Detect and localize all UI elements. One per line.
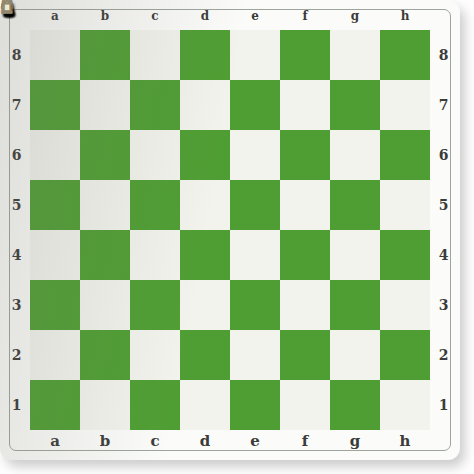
chess-board: aabbccddeeffgghh1122334455667788 xyxy=(0,0,460,460)
square-g4 xyxy=(330,230,380,280)
square-c1 xyxy=(130,380,180,430)
square-d1 xyxy=(180,380,230,430)
file-label-e-top: e xyxy=(230,5,280,27)
file-label-d-top: d xyxy=(180,5,230,27)
file-label-b-top: b xyxy=(80,5,130,27)
rank-label-8-left: 8 xyxy=(5,30,28,80)
rank-label-7-right: 7 xyxy=(432,80,455,130)
square-b5 xyxy=(80,180,130,230)
square-a6 xyxy=(30,130,80,180)
rank-label-5-right: 5 xyxy=(432,180,455,230)
square-e8 xyxy=(230,30,280,80)
square-a4 xyxy=(30,230,80,280)
square-b6 xyxy=(80,130,130,180)
rank-label-4-right: 4 xyxy=(432,230,455,280)
square-d3 xyxy=(180,280,230,330)
square-f2 xyxy=(280,330,330,380)
square-g5 xyxy=(330,180,380,230)
square-f7 xyxy=(280,80,330,130)
square-c8 xyxy=(130,30,180,80)
rank-label-6-right: 6 xyxy=(432,130,455,180)
square-f4 xyxy=(280,230,330,280)
product-photo-scene: aabbccddeeffgghh1122334455667788 ♜♞♝♛♚♝♞… xyxy=(0,0,474,474)
file-label-a-top: a xyxy=(30,5,80,27)
square-g7 xyxy=(330,80,380,130)
square-a8 xyxy=(30,30,80,80)
rank-label-4-left: 4 xyxy=(5,230,28,280)
file-label-d-bottom: d xyxy=(180,428,230,454)
square-b8 xyxy=(80,30,130,80)
rank-label-2-right: 2 xyxy=(432,330,455,380)
square-b1 xyxy=(80,380,130,430)
rank-label-7-left: 7 xyxy=(5,80,28,130)
square-d4 xyxy=(180,230,230,280)
square-g2 xyxy=(330,330,380,380)
file-label-f-top: f xyxy=(280,5,330,27)
file-label-g-top: g xyxy=(330,5,380,27)
square-a2 xyxy=(30,330,80,380)
rank-label-1-left: 1 xyxy=(5,380,28,430)
file-label-g-bottom: g xyxy=(330,428,380,454)
square-h5 xyxy=(380,180,430,230)
square-a5 xyxy=(30,180,80,230)
file-label-c-bottom: c xyxy=(130,428,180,454)
square-f5 xyxy=(280,180,330,230)
file-label-h-top: h xyxy=(380,5,430,27)
square-f1 xyxy=(280,380,330,430)
square-d7 xyxy=(180,80,230,130)
square-d2 xyxy=(180,330,230,380)
file-label-e-bottom: e xyxy=(230,428,280,454)
rank-label-6-left: 6 xyxy=(5,130,28,180)
square-f3 xyxy=(280,280,330,330)
file-label-b-bottom: b xyxy=(80,428,130,454)
square-c5 xyxy=(130,180,180,230)
rank-label-1-right: 1 xyxy=(432,380,455,430)
square-b4 xyxy=(80,230,130,280)
square-b3 xyxy=(80,280,130,330)
rank-label-8-right: 8 xyxy=(432,30,455,80)
square-e4 xyxy=(230,230,280,280)
square-d6 xyxy=(180,130,230,180)
rank-label-2-left: 2 xyxy=(5,330,28,380)
square-d5 xyxy=(180,180,230,230)
square-e5 xyxy=(230,180,280,230)
square-h2 xyxy=(380,330,430,380)
square-a7 xyxy=(30,80,80,130)
square-b7 xyxy=(80,80,130,130)
file-label-f-bottom: f xyxy=(280,428,330,454)
square-h8 xyxy=(380,30,430,80)
square-e7 xyxy=(230,80,280,130)
square-c2 xyxy=(130,330,180,380)
square-h6 xyxy=(380,130,430,180)
square-f6 xyxy=(280,130,330,180)
square-g8 xyxy=(330,30,380,80)
square-h7 xyxy=(380,80,430,130)
square-c6 xyxy=(130,130,180,180)
square-d8 xyxy=(180,30,230,80)
square-c4 xyxy=(130,230,180,280)
square-g3 xyxy=(330,280,380,330)
square-e1 xyxy=(230,380,280,430)
file-label-a-bottom: a xyxy=(30,428,80,454)
rank-label-3-left: 3 xyxy=(5,280,28,330)
square-e2 xyxy=(230,330,280,380)
square-a3 xyxy=(30,280,80,330)
board-grid xyxy=(30,30,430,430)
rank-label-3-right: 3 xyxy=(432,280,455,330)
square-e3 xyxy=(230,280,280,330)
square-b2 xyxy=(80,330,130,380)
square-f8 xyxy=(280,30,330,80)
square-h1 xyxy=(380,380,430,430)
square-e6 xyxy=(230,130,280,180)
square-h4 xyxy=(380,230,430,280)
square-h3 xyxy=(380,280,430,330)
square-a1 xyxy=(30,380,80,430)
file-label-h-bottom: h xyxy=(380,428,430,454)
square-c7 xyxy=(130,80,180,130)
file-label-c-top: c xyxy=(130,5,180,27)
square-c3 xyxy=(130,280,180,330)
square-g6 xyxy=(330,130,380,180)
rank-label-5-left: 5 xyxy=(5,180,28,230)
square-g1 xyxy=(330,380,380,430)
